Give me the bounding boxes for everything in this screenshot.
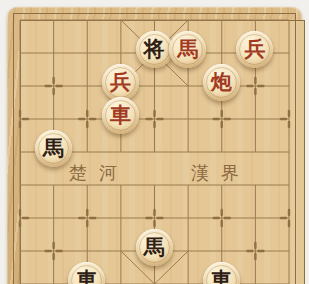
piece-red-horse[interactable]: 馬	[169, 31, 206, 68]
piece-red-chariot[interactable]: 車	[102, 97, 139, 134]
xiangqi-app: { "game": "xiangqi", "board": { "river_l…	[0, 0, 309, 284]
piece-red-cannon[interactable]: 炮	[203, 64, 240, 101]
pieces-layer[interactable]: 将馬兵兵炮車馬馬車車	[0, 0, 309, 284]
piece-black-horse[interactable]: 馬	[35, 130, 72, 167]
piece-black-general[interactable]: 将	[136, 31, 173, 68]
piece-character: 馬	[144, 236, 165, 257]
piece-red-soldier[interactable]: 兵	[236, 31, 273, 68]
piece-character: 将	[144, 38, 165, 59]
piece-black-chariot[interactable]: 車	[203, 262, 240, 284]
piece-character: 車	[110, 104, 131, 125]
piece-character: 車	[76, 269, 97, 284]
piece-character: 車	[211, 269, 232, 284]
piece-black-chariot[interactable]: 車	[68, 262, 105, 284]
piece-character: 馬	[43, 137, 64, 158]
piece-red-soldier[interactable]: 兵	[102, 64, 139, 101]
piece-character: 馬	[177, 38, 198, 59]
piece-character: 兵	[244, 38, 265, 59]
piece-black-horse[interactable]: 馬	[136, 229, 173, 266]
piece-character: 兵	[110, 71, 131, 92]
piece-character: 炮	[211, 71, 232, 92]
